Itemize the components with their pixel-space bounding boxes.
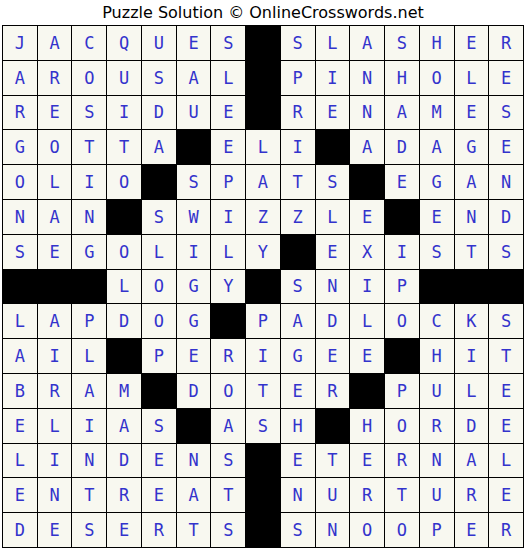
letter-cell: S bbox=[281, 26, 316, 61]
letter-cell: E bbox=[489, 374, 524, 409]
letter-cell: C bbox=[420, 304, 455, 339]
block-cell bbox=[246, 61, 281, 96]
letter-cell: L bbox=[211, 61, 246, 96]
letter-cell: P bbox=[211, 165, 246, 200]
letter-cell: L bbox=[316, 26, 351, 61]
letter-cell: N bbox=[281, 478, 316, 513]
letter-cell: S bbox=[489, 96, 524, 131]
block-cell bbox=[246, 513, 281, 548]
letter-cell: D bbox=[177, 374, 212, 409]
letter-cell: U bbox=[177, 96, 212, 131]
letter-cell: E bbox=[350, 339, 385, 374]
letter-cell: S bbox=[385, 26, 420, 61]
letter-cell: R bbox=[281, 96, 316, 131]
letter-cell: S bbox=[489, 304, 524, 339]
letter-cell: A bbox=[385, 96, 420, 131]
letter-cell: U bbox=[316, 478, 351, 513]
letter-cell: T bbox=[107, 130, 142, 165]
block-cell bbox=[455, 270, 490, 305]
letter-cell: R bbox=[385, 444, 420, 479]
letter-cell: S bbox=[3, 235, 38, 270]
block-cell bbox=[142, 374, 177, 409]
letter-cell: L bbox=[3, 444, 38, 479]
letter-cell: T bbox=[281, 165, 316, 200]
letter-cell: O bbox=[385, 304, 420, 339]
letter-cell: R bbox=[455, 478, 490, 513]
letter-cell: E bbox=[211, 96, 246, 131]
block-cell bbox=[281, 235, 316, 270]
letter-cell: I bbox=[281, 130, 316, 165]
letter-cell: S bbox=[489, 235, 524, 270]
letter-cell: E bbox=[316, 339, 351, 374]
letter-cell: T bbox=[455, 235, 490, 270]
block-cell bbox=[246, 444, 281, 479]
letter-cell: O bbox=[350, 513, 385, 548]
letter-cell: E bbox=[38, 513, 73, 548]
letter-cell: A bbox=[38, 200, 73, 235]
letter-cell: N bbox=[72, 444, 107, 479]
letter-cell: K bbox=[455, 304, 490, 339]
letter-cell: M bbox=[420, 96, 455, 131]
block-cell bbox=[72, 270, 107, 305]
letter-cell: D bbox=[455, 409, 490, 444]
letter-cell: S bbox=[142, 409, 177, 444]
block-cell bbox=[316, 130, 351, 165]
letter-cell: E bbox=[177, 26, 212, 61]
letter-cell: U bbox=[420, 374, 455, 409]
block-cell bbox=[107, 339, 142, 374]
letter-cell: N bbox=[316, 513, 351, 548]
letter-cell: L bbox=[211, 235, 246, 270]
letter-cell: E bbox=[489, 130, 524, 165]
letter-cell: E bbox=[420, 200, 455, 235]
letter-cell: E bbox=[38, 96, 73, 131]
letter-cell: I bbox=[316, 61, 351, 96]
letter-cell: O bbox=[72, 61, 107, 96]
letter-cell: J bbox=[3, 26, 38, 61]
letter-cell: L bbox=[246, 130, 281, 165]
letter-cell: N bbox=[420, 444, 455, 479]
letter-cell: E bbox=[489, 478, 524, 513]
letter-cell: R bbox=[489, 26, 524, 61]
letter-cell: A bbox=[177, 478, 212, 513]
letter-cell: S bbox=[420, 235, 455, 270]
letter-cell: U bbox=[142, 26, 177, 61]
letter-cell: Y bbox=[211, 270, 246, 305]
letter-cell: E bbox=[316, 96, 351, 131]
letter-cell: R bbox=[142, 513, 177, 548]
letter-cell: O bbox=[385, 513, 420, 548]
letter-cell: L bbox=[38, 409, 73, 444]
letter-cell: A bbox=[420, 130, 455, 165]
letter-cell: A bbox=[72, 374, 107, 409]
page-title: Puzzle Solution © OnlineCrosswords.net bbox=[0, 0, 526, 25]
letter-cell: P bbox=[246, 304, 281, 339]
letter-cell: Z bbox=[281, 200, 316, 235]
letter-cell: O bbox=[142, 270, 177, 305]
letter-cell: N bbox=[350, 96, 385, 131]
letter-cell: E bbox=[142, 444, 177, 479]
block-cell bbox=[385, 200, 420, 235]
letter-cell: R bbox=[489, 513, 524, 548]
letter-cell: R bbox=[350, 478, 385, 513]
letter-cell: H bbox=[420, 339, 455, 374]
letter-cell: T bbox=[246, 374, 281, 409]
letter-cell: E bbox=[142, 478, 177, 513]
letter-cell: G bbox=[177, 270, 212, 305]
letter-cell: N bbox=[177, 444, 212, 479]
letter-cell: O bbox=[3, 165, 38, 200]
block-cell bbox=[316, 409, 351, 444]
letter-cell: S bbox=[246, 409, 281, 444]
letter-cell: A bbox=[107, 409, 142, 444]
letter-cell: D bbox=[385, 130, 420, 165]
letter-cell: A bbox=[246, 165, 281, 200]
letter-cell: A bbox=[3, 339, 38, 374]
letter-cell: H bbox=[281, 409, 316, 444]
letter-cell: N bbox=[3, 200, 38, 235]
letter-cell: E bbox=[316, 235, 351, 270]
letter-cell: N bbox=[455, 200, 490, 235]
puzzle-solution-page: Puzzle Solution © OnlineCrosswords.net J… bbox=[0, 0, 526, 551]
letter-cell: E bbox=[455, 26, 490, 61]
letter-cell: A bbox=[281, 304, 316, 339]
letter-cell: S bbox=[211, 444, 246, 479]
letter-cell: A bbox=[211, 409, 246, 444]
letter-cell: P bbox=[72, 304, 107, 339]
letter-cell: D bbox=[3, 513, 38, 548]
block-cell bbox=[38, 270, 73, 305]
letter-cell: E bbox=[385, 165, 420, 200]
letter-cell: A bbox=[455, 165, 490, 200]
letter-cell: S bbox=[72, 513, 107, 548]
letter-cell: N bbox=[489, 165, 524, 200]
letter-cell: U bbox=[107, 61, 142, 96]
letter-cell: G bbox=[281, 339, 316, 374]
letter-cell: P bbox=[281, 61, 316, 96]
letter-cell: R bbox=[38, 374, 73, 409]
block-cell bbox=[350, 374, 385, 409]
letter-cell: D bbox=[107, 304, 142, 339]
letter-cell: X bbox=[350, 235, 385, 270]
letter-cell: A bbox=[3, 61, 38, 96]
block-cell bbox=[350, 165, 385, 200]
crossword-board: JACQUESSLASHERAROUSALPINHOLERESIDUERENAM… bbox=[2, 25, 524, 548]
block-cell bbox=[177, 409, 212, 444]
letter-cell: S bbox=[211, 26, 246, 61]
letter-cell: I bbox=[350, 270, 385, 305]
letter-cell: E bbox=[455, 513, 490, 548]
letter-cell: P bbox=[385, 374, 420, 409]
letter-cell: E bbox=[350, 200, 385, 235]
letter-cell: T bbox=[72, 130, 107, 165]
letter-cell: E bbox=[455, 96, 490, 131]
letter-cell: I bbox=[385, 235, 420, 270]
letter-cell: E bbox=[38, 235, 73, 270]
letter-cell: U bbox=[420, 478, 455, 513]
letter-cell: A bbox=[38, 26, 73, 61]
letter-cell: C bbox=[72, 26, 107, 61]
letter-cell: I bbox=[72, 165, 107, 200]
block-cell bbox=[246, 478, 281, 513]
letter-cell: P bbox=[385, 270, 420, 305]
letter-cell: T bbox=[489, 339, 524, 374]
block-cell bbox=[489, 270, 524, 305]
letter-cell: O bbox=[142, 304, 177, 339]
letter-cell: E bbox=[211, 130, 246, 165]
letter-cell: R bbox=[107, 478, 142, 513]
block-cell bbox=[246, 96, 281, 131]
letter-cell: O bbox=[107, 165, 142, 200]
letter-cell: E bbox=[281, 374, 316, 409]
letter-cell: P bbox=[142, 339, 177, 374]
letter-cell: N bbox=[38, 478, 73, 513]
letter-cell: L bbox=[350, 304, 385, 339]
block-cell bbox=[246, 26, 281, 61]
letter-cell: S bbox=[72, 96, 107, 131]
letter-cell: R bbox=[420, 409, 455, 444]
letter-cell: A bbox=[38, 304, 73, 339]
letter-cell: I bbox=[107, 96, 142, 131]
letter-cell: L bbox=[316, 200, 351, 235]
block-cell bbox=[142, 165, 177, 200]
letter-cell: O bbox=[211, 374, 246, 409]
letter-cell: A bbox=[177, 61, 212, 96]
letter-cell: A bbox=[350, 130, 385, 165]
letter-cell: S bbox=[316, 165, 351, 200]
letter-cell: S bbox=[281, 513, 316, 548]
letter-cell: L bbox=[455, 61, 490, 96]
letter-cell: S bbox=[211, 513, 246, 548]
letter-cell: G bbox=[72, 235, 107, 270]
letter-cell: E bbox=[3, 478, 38, 513]
letter-cell: I bbox=[246, 339, 281, 374]
letter-cell: G bbox=[177, 304, 212, 339]
block-cell bbox=[3, 270, 38, 305]
letter-cell: R bbox=[3, 96, 38, 131]
block-cell bbox=[107, 200, 142, 235]
letter-cell: R bbox=[316, 374, 351, 409]
letter-cell: L bbox=[489, 444, 524, 479]
letter-cell: S bbox=[142, 200, 177, 235]
letter-cell: N bbox=[316, 270, 351, 305]
letter-cell: R bbox=[38, 61, 73, 96]
letter-cell: Y bbox=[246, 235, 281, 270]
block-cell bbox=[385, 339, 420, 374]
letter-cell: I bbox=[38, 339, 73, 374]
letter-cell: L bbox=[455, 374, 490, 409]
letter-cell: H bbox=[350, 409, 385, 444]
letter-cell: O bbox=[420, 61, 455, 96]
letter-cell: E bbox=[3, 409, 38, 444]
letter-cell: H bbox=[420, 26, 455, 61]
letter-cell: L bbox=[72, 339, 107, 374]
letter-cell: I bbox=[72, 409, 107, 444]
letter-cell: G bbox=[3, 130, 38, 165]
letter-cell: O bbox=[107, 235, 142, 270]
letter-cell: E bbox=[281, 444, 316, 479]
letter-cell: S bbox=[177, 165, 212, 200]
letter-cell: S bbox=[281, 270, 316, 305]
letter-cell: O bbox=[385, 409, 420, 444]
letter-cell: T bbox=[316, 444, 351, 479]
letter-cell: Q bbox=[107, 26, 142, 61]
block-cell bbox=[420, 270, 455, 305]
letter-cell: A bbox=[350, 26, 385, 61]
letter-cell: P bbox=[420, 513, 455, 548]
letter-cell: N bbox=[350, 61, 385, 96]
letter-cell: A bbox=[455, 444, 490, 479]
letter-cell: T bbox=[385, 478, 420, 513]
letter-cell: R bbox=[211, 339, 246, 374]
letter-cell: A bbox=[142, 130, 177, 165]
letter-cell: G bbox=[455, 130, 490, 165]
letter-cell: T bbox=[177, 513, 212, 548]
letter-cell: O bbox=[38, 130, 73, 165]
letter-cell: D bbox=[489, 200, 524, 235]
letter-cell: T bbox=[211, 478, 246, 513]
block-cell bbox=[246, 270, 281, 305]
letter-cell: D bbox=[107, 444, 142, 479]
letter-cell: L bbox=[142, 235, 177, 270]
letter-cell: L bbox=[107, 270, 142, 305]
letter-cell: S bbox=[142, 61, 177, 96]
letter-cell: Z bbox=[246, 200, 281, 235]
letter-cell: M bbox=[107, 374, 142, 409]
letter-cell: N bbox=[72, 200, 107, 235]
letter-cell: I bbox=[38, 444, 73, 479]
block-cell bbox=[177, 130, 212, 165]
letter-cell: D bbox=[316, 304, 351, 339]
letter-cell: E bbox=[177, 339, 212, 374]
letter-cell: G bbox=[420, 165, 455, 200]
letter-cell: E bbox=[489, 61, 524, 96]
letter-cell: T bbox=[72, 478, 107, 513]
letter-cell: E bbox=[107, 513, 142, 548]
letter-cell: D bbox=[142, 96, 177, 131]
letter-cell: I bbox=[455, 339, 490, 374]
letter-cell: B bbox=[3, 374, 38, 409]
letter-cell: I bbox=[211, 200, 246, 235]
letter-cell: H bbox=[385, 61, 420, 96]
block-cell bbox=[211, 304, 246, 339]
letter-cell: L bbox=[3, 304, 38, 339]
letter-cell: E bbox=[489, 409, 524, 444]
letter-cell: I bbox=[177, 235, 212, 270]
letter-cell: E bbox=[350, 444, 385, 479]
letter-cell: L bbox=[38, 165, 73, 200]
letter-cell: W bbox=[177, 200, 212, 235]
